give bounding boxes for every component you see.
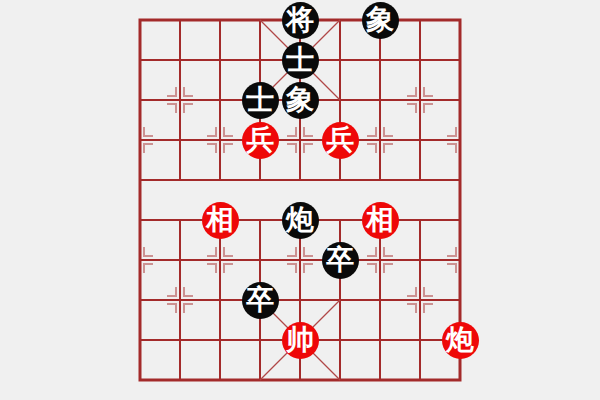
piece-red-pawn[interactable]: 兵: [242, 122, 279, 159]
page-background: { "game": "xiangqi", "position": { "fen"…: [0, 0, 600, 400]
piece-black-elephant[interactable]: 象: [362, 2, 399, 39]
piece-black-elephant[interactable]: 象: [282, 82, 319, 119]
piece-black-advisor[interactable]: 士: [282, 42, 319, 79]
piece-red-elephant[interactable]: 相: [362, 202, 399, 239]
xiangqi-board: 将象士士象兵兵相炮相卒卒帅炮: [120, 0, 480, 400]
piece-black-advisor[interactable]: 士: [242, 82, 279, 119]
piece-red-general[interactable]: 帅: [282, 322, 319, 359]
piece-black-general[interactable]: 将: [282, 2, 319, 39]
piece-red-elephant[interactable]: 相: [202, 202, 239, 239]
piece-black-cannon[interactable]: 炮: [282, 202, 319, 239]
piece-black-pawn[interactable]: 卒: [322, 242, 359, 279]
piece-red-pawn[interactable]: 兵: [322, 122, 359, 159]
piece-black-pawn[interactable]: 卒: [242, 282, 279, 319]
piece-red-cannon[interactable]: 炮: [442, 322, 479, 359]
